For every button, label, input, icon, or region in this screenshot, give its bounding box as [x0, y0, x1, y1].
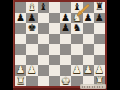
square-h7[interactable]: ♟	[94, 13, 105, 24]
square-a8[interactable]	[15, 2, 26, 13]
square-d1[interactable]	[49, 76, 60, 87]
black-bishop-piece: ♝	[38, 2, 49, 13]
square-g6[interactable]	[83, 23, 94, 34]
square-b8[interactable]: ♝	[26, 2, 37, 13]
white-king-piece: ♚	[60, 76, 71, 87]
square-a6[interactable]	[15, 23, 26, 34]
square-f4[interactable]	[71, 44, 82, 55]
square-h6[interactable]	[94, 23, 105, 34]
square-f8[interactable]: ♝	[71, 2, 82, 13]
square-g4[interactable]	[83, 44, 94, 55]
square-a5[interactable]	[15, 34, 26, 45]
square-b2[interactable]: ♟	[26, 65, 37, 76]
square-c6[interactable]	[38, 23, 49, 34]
square-g3[interactable]	[83, 55, 94, 66]
black-pawn-piece: ♟	[26, 13, 37, 24]
square-a7[interactable]: ♟	[15, 13, 26, 24]
square-e7[interactable]: ♟	[60, 13, 71, 24]
square-h2[interactable]: ♟	[94, 65, 105, 76]
square-h3[interactable]	[94, 55, 105, 66]
square-a2[interactable]: ♟	[15, 65, 26, 76]
square-c4[interactable]	[38, 44, 49, 55]
white-pawn-piece: ♟	[83, 65, 94, 76]
square-c7[interactable]	[38, 13, 49, 24]
square-f5[interactable]	[71, 34, 82, 45]
black-bishop-piece: ♝	[71, 2, 82, 13]
square-e4[interactable]	[60, 44, 71, 55]
chess-board[interactable]: ♝♝♝♜♟♟♟♞♟♟♚♟♞♟♟♟♟♟♜♚♜	[15, 2, 105, 86]
white-pawn-piece: ♟	[71, 65, 82, 76]
square-c3[interactable]	[38, 55, 49, 66]
square-e2[interactable]	[60, 65, 71, 76]
square-d6[interactable]	[49, 23, 60, 34]
square-d3[interactable]	[49, 55, 60, 66]
white-pawn-piece: ♟	[15, 65, 26, 76]
square-f6[interactable]: ♞	[71, 23, 82, 34]
black-rook-piece: ♜	[94, 2, 105, 13]
square-h4[interactable]	[94, 44, 105, 55]
black-pawn-piece: ♟	[60, 23, 71, 34]
square-e3[interactable]	[60, 55, 71, 66]
square-h5[interactable]	[94, 34, 105, 45]
watermark-illegible-text	[82, 86, 104, 88]
square-a1[interactable]: ♜	[15, 76, 26, 87]
watermark-box	[80, 84, 106, 89]
white-knight-piece: ♞	[71, 13, 82, 24]
square-d8[interactable]	[49, 2, 60, 13]
square-c5[interactable]	[38, 34, 49, 45]
square-b7[interactable]: ♟	[26, 13, 37, 24]
square-c8[interactable]: ♝	[38, 2, 49, 13]
white-pawn-piece: ♟	[94, 65, 105, 76]
square-d2[interactable]	[49, 65, 60, 76]
square-g2[interactable]: ♟	[83, 65, 94, 76]
white-bishop-piece: ♝	[26, 2, 37, 13]
white-pawn-piece: ♟	[26, 65, 37, 76]
square-f2[interactable]: ♟	[71, 65, 82, 76]
square-d5[interactable]	[49, 34, 60, 45]
black-king-piece: ♚	[26, 23, 37, 34]
square-f3[interactable]	[71, 55, 82, 66]
square-d4[interactable]	[49, 44, 60, 55]
square-g8[interactable]	[83, 2, 94, 13]
square-f7[interactable]: ♞	[71, 13, 82, 24]
black-pawn-piece: ♟	[83, 13, 94, 24]
square-b5[interactable]	[26, 34, 37, 45]
black-pawn-piece: ♟	[60, 13, 71, 24]
square-e5[interactable]	[60, 34, 71, 45]
square-a4[interactable]	[15, 44, 26, 55]
black-pawn-piece: ♟	[15, 13, 26, 24]
square-a3[interactable]	[15, 55, 26, 66]
black-pawn-piece: ♟	[94, 13, 105, 24]
square-e8[interactable]	[60, 2, 71, 13]
square-b4[interactable]	[26, 44, 37, 55]
square-b3[interactable]	[26, 55, 37, 66]
square-e1[interactable]: ♚	[60, 76, 71, 87]
square-e6[interactable]: ♟	[60, 23, 71, 34]
square-g7[interactable]: ♟	[83, 13, 94, 24]
square-b1[interactable]	[26, 76, 37, 87]
black-knight-piece: ♞	[71, 23, 82, 34]
white-rook-piece: ♜	[15, 76, 26, 87]
square-b6[interactable]: ♚	[26, 23, 37, 34]
square-c1[interactable]	[38, 76, 49, 87]
square-h8[interactable]: ♜	[94, 2, 105, 13]
app-background: ♝♝♝♜♟♟♟♞♟♟♚♟♞♟♟♟♟♟♜♚♜	[0, 0, 120, 90]
square-c2[interactable]	[38, 65, 49, 76]
square-d7[interactable]	[49, 13, 60, 24]
square-g5[interactable]	[83, 34, 94, 45]
